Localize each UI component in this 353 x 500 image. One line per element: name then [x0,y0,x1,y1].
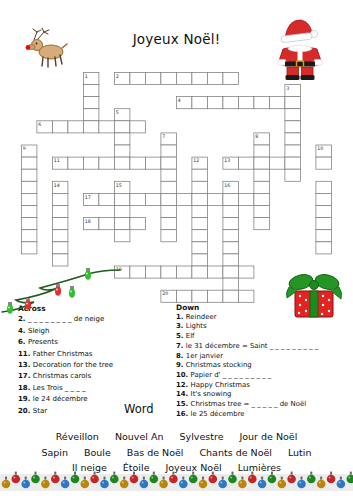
word-bank-line: RéveillonNouvel AnSylvestreJour de Noël [0,429,353,444]
grid-cell [238,266,254,278]
ornament-ball [248,475,257,484]
word-bank: RéveillonNouvel AnSylvestreJour de NoëlS… [0,429,353,475]
grid-cell [83,157,99,169]
ornament-ball [307,475,316,484]
grid-cell [130,193,146,205]
word-bank-item: Lutin [288,447,312,458]
clue-10: 10. Papier d' _ _ _ _ _ _ _ _ _ [176,371,318,381]
grid-cell [52,206,68,218]
clue-17: 17. Christmas carols [18,371,113,382]
gift-image [283,271,345,319]
clue-number: 18 [85,219,91,224]
grid-cell [285,133,301,145]
clue-number: 3 [286,86,289,91]
clue-8: 8. 1er janvier [176,352,318,362]
grid-cell [223,193,239,205]
grid-cell [223,278,239,290]
word-bank-item: Bas de Noël [127,447,184,458]
worksheet-page: Joyeux Noël! 123456789101112131415161718 [0,0,353,500]
grid-cell [176,290,192,302]
ornament-ball [278,480,287,489]
grid-cell [161,157,177,169]
clue-13: 13. Decoration for the tree [18,360,113,371]
grid-cell [21,169,37,181]
grid-cell [285,97,301,109]
clue-number: 13 [224,158,230,163]
grid-cell [207,193,223,205]
grid-cell [130,266,146,278]
grid-cell [114,145,129,157]
grid-cell [316,157,332,169]
ornament-ball [12,475,21,484]
clue-5: 5. Elf [176,332,318,342]
clue-16: 16. le 25 décembre [176,410,318,420]
ornament-ball [90,475,99,484]
ornament-ball [51,475,60,484]
clue-number: 9 [23,146,26,151]
grid-cell [254,193,270,205]
clue-number: 12 [193,158,199,163]
clue-number: 17 [85,195,91,200]
ornament-ball [71,475,80,484]
ornament-ball [268,475,277,484]
grid-cell [285,157,301,169]
grid-cell [192,290,208,302]
grid-cell [192,206,208,218]
clue-number: 4 [178,98,181,103]
grid-cell [254,169,270,181]
grid-cell [99,157,115,169]
ornament-ball [327,475,336,484]
grid-cell [52,121,68,133]
grid-cell [52,230,68,242]
grid-cell [269,157,285,169]
grid-cell [114,230,129,242]
ornament-ball [317,480,326,489]
ornament-ball [297,480,306,489]
grid-cell [99,193,115,205]
grid-cell [161,230,177,242]
santa-suit-image [277,13,323,81]
grid-cell [83,121,99,133]
grid-cell [254,97,270,109]
clue-4: 4. Sleigh [18,326,113,337]
grid-cell [316,218,332,230]
grid-cell [161,72,177,84]
grid-cell [316,193,332,205]
word-bank-item: Nouvel An [115,431,164,442]
ornament-ball [189,475,198,484]
grid-cell [192,266,208,278]
clue-number: 8 [255,134,258,139]
clue-11: 11. Father Christmas [18,349,113,360]
grid-cell [83,97,99,109]
down-clues: Down 1. Reindeer3. Lights5. Elf7. le 31 … [176,303,318,419]
ornament-ball [2,480,11,489]
word-bank-item: Sapin [41,447,68,458]
grid-cell [145,157,161,169]
ornament-ball [110,475,119,484]
grid-cell [223,97,239,109]
grid-cell [99,218,115,230]
grid-cell [130,72,146,84]
clue-18: 18. Les Trois _ _ _ _ [18,383,113,394]
grid-cell [145,72,161,84]
ornament-ball [100,480,109,489]
grid-cell [130,121,146,133]
clue-12: 12. Happy Christmas [176,381,318,391]
grid-cell [52,193,68,205]
clue-number: 16 [224,183,230,188]
grid-cell [254,206,270,218]
grid-cell [316,181,332,193]
grid-cell [254,218,270,230]
grid-cell [176,193,192,205]
grid-cell [21,206,37,218]
grid-cell [114,121,129,133]
clue-2: 2. _ _ _ _ _ _ _ _ de neige [18,314,113,325]
grid-cell [316,206,332,218]
grid-cell [223,206,239,218]
grid-cell [114,206,129,218]
clue-7: 7. le 31 décembre = Saint _ _ _ _ _ _ _ … [176,342,318,352]
grid-cell [114,133,129,145]
clue-3: 3. Lights [176,322,318,332]
ornament-ball [228,475,237,484]
ornament-ball [179,480,188,489]
grid-cell [161,193,177,205]
clue-19: 19. le 24 décembre [18,394,113,405]
clue-number: 1 [85,74,88,79]
word-bank-item: Chants de Noël [199,447,272,458]
clue-14: 14. It's snowing [176,390,318,400]
grid-cell [21,193,37,205]
grid-cell [285,109,301,121]
clue-number: 14 [54,183,60,188]
grid-cell [161,169,177,181]
clue-9: 9. Christmas stocking [176,361,318,371]
ornament-ball [337,480,346,489]
christmas-lights-image [0,264,125,316]
grid-cell [21,218,37,230]
grid-cell [21,230,37,242]
grid-cell [21,157,37,169]
grid-cell [21,181,37,193]
across-clues: Across 2. _ _ _ _ _ _ _ _ de neige4. Sle… [18,303,113,417]
grid-cell [161,145,177,157]
grid-cell [316,230,332,242]
grid-cell [254,181,270,193]
grid-cell [285,121,301,133]
grid-cell [223,72,239,84]
ornament-ball [61,480,70,489]
grid-cell [176,72,192,84]
ornament-ball [159,480,168,489]
grid-cell [238,193,254,205]
grid-cell [207,266,223,278]
grid-cell [285,145,301,157]
grid-cell [145,266,161,278]
clue-20: 20. Star [18,406,113,417]
word-bank-item: Sylvestre [180,431,224,442]
grid-cell [21,242,37,254]
ornament-ball [218,480,227,489]
ornament-ball [21,480,30,489]
clue-number: 6 [38,122,41,127]
clue-number: 11 [54,158,60,163]
ornament-ball [150,475,159,484]
grid-cell [192,181,208,193]
clue-number: 7 [162,134,165,139]
ornament-ball [258,480,267,489]
grid-cell [114,193,129,205]
grid-cell [161,218,177,230]
grid-cell [176,266,192,278]
grid-cell [145,193,161,205]
grid-cell [238,290,254,302]
grid-cell [285,169,301,181]
grid-cell [207,290,223,302]
grid-cell [223,266,239,278]
grid-cell [223,230,239,242]
ornament-ball [199,480,208,489]
clue-number: 20 [162,291,168,296]
grid-cell [192,254,208,266]
grid-cell [269,97,285,109]
grid-cell [130,218,146,230]
grid-cell [207,72,223,84]
grid-cell [114,218,129,230]
grid-cell [238,97,254,109]
ornament-ball [169,475,178,484]
grid-cell [238,157,254,169]
grid-cell [52,242,68,254]
grid-cell [83,85,99,97]
grid-cell [223,254,239,266]
grid-cell [192,242,208,254]
clue-number: 15 [116,183,122,188]
word-bank-item: Jour de Noël [239,431,297,442]
ornament-ball [81,480,90,489]
grid-cell [161,266,177,278]
grid-cell [192,97,208,109]
word-bank-item: Boule [84,447,111,458]
word-bank-label: Word [124,402,154,416]
clue-number: 10 [317,146,323,151]
grid-cell [130,157,146,169]
grid-cell [192,230,208,242]
grid-cell [192,169,208,181]
grid-cell [207,97,223,109]
grid-cell [223,242,239,254]
grid-cell [114,157,129,169]
ornament-ball [238,480,247,489]
grid-cell [192,218,208,230]
ornament-ball [287,475,296,484]
ornament-ball [140,480,149,489]
grid-cell [161,206,177,218]
grid-cell [223,218,239,230]
ornament-ball [209,475,218,484]
clue-6: 6. Presents [18,337,113,348]
ornament-ball [31,475,40,484]
grid-cell [316,242,332,254]
reindeer-image [24,27,70,69]
grid-cell [161,181,177,193]
word-bank-line: SapinBouleBas de NoëlChants de NoëlLutin [0,444,353,459]
clue-number: 2 [116,74,119,79]
grid-cell [223,290,239,302]
ornament-ball [120,480,129,489]
grid-cell [68,157,84,169]
grid-cell [254,145,270,157]
word-bank-item: Réveillon [56,431,99,442]
ornament-ball [130,475,139,484]
grid-cell [99,121,115,133]
ornament-ball [41,480,50,489]
grid-cell [83,109,99,121]
grid-cell [192,193,208,205]
grid-cell [254,157,270,169]
ornament-border [0,470,353,492]
clue-15: 15. Christmas tree = _ _ _ _ _ de Noël [176,400,318,410]
grid-cell [68,121,84,133]
grid-cell [52,218,68,230]
clue-number: 5 [116,110,119,115]
grid-cell [192,72,208,84]
